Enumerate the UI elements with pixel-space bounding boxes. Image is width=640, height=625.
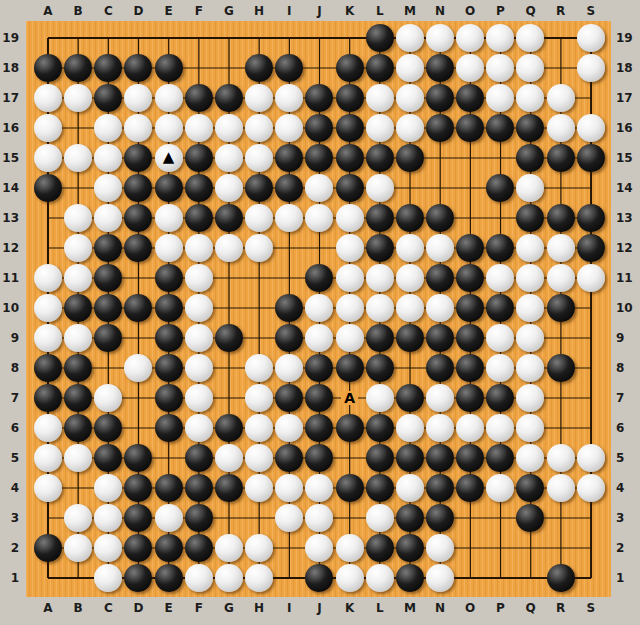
white-stone-P18[interactable] [486, 54, 514, 82]
board-point-C3[interactable] [93, 503, 123, 533]
black-stone-B8[interactable] [64, 354, 92, 382]
board-point-J2[interactable] [304, 533, 334, 563]
white-stone-A6[interactable] [34, 414, 62, 442]
black-stone-C9[interactable] [94, 324, 122, 352]
board-point-G6[interactable] [214, 413, 244, 443]
board-point-K18[interactable] [334, 53, 364, 83]
board-point-R1[interactable] [546, 563, 576, 593]
board-point-G16[interactable] [214, 113, 244, 143]
board-point-J11[interactable] [304, 263, 334, 293]
black-stone-N5[interactable] [426, 444, 454, 472]
board-point-R11[interactable] [546, 263, 576, 293]
white-stone-R16[interactable] [547, 114, 575, 142]
white-stone-H1[interactable] [245, 564, 273, 592]
board-point-I7[interactable] [274, 383, 304, 413]
white-stone-F10[interactable] [185, 294, 213, 322]
board-point-N5[interactable] [425, 443, 455, 473]
point-label-a[interactable]: A [334, 383, 364, 413]
board-point-P8[interactable] [485, 353, 515, 383]
board-point-F14[interactable] [184, 173, 214, 203]
board-point-E17[interactable] [154, 83, 184, 113]
white-stone-B13[interactable] [64, 204, 92, 232]
board-point-A9[interactable] [33, 323, 63, 353]
board-point-E12[interactable] [154, 233, 184, 263]
white-stone-L17[interactable] [366, 84, 394, 112]
board-point-B2[interactable] [63, 533, 93, 563]
white-stone-Q9[interactable] [516, 324, 544, 352]
board-point-J5[interactable] [304, 443, 334, 473]
board-point-D17[interactable] [123, 83, 153, 113]
black-stone-Q4[interactable] [516, 474, 544, 502]
board-point-S18[interactable] [576, 53, 606, 83]
white-stone-K12[interactable] [336, 234, 364, 262]
white-stone-Q7[interactable] [516, 384, 544, 412]
black-stone-N4[interactable] [426, 474, 454, 502]
black-stone-M13[interactable] [396, 204, 424, 232]
white-stone-L7[interactable] [366, 384, 394, 412]
board-point-N8[interactable] [425, 353, 455, 383]
white-stone-A11[interactable] [34, 264, 62, 292]
board-point-S5[interactable] [576, 443, 606, 473]
board-point-A11[interactable] [33, 263, 63, 293]
board-point-S19[interactable] [576, 23, 606, 53]
board-point-R16[interactable] [546, 113, 576, 143]
black-stone-D14[interactable] [124, 174, 152, 202]
black-stone-J11[interactable] [305, 264, 333, 292]
white-stone-C7[interactable] [94, 384, 122, 412]
black-stone-I15[interactable] [275, 144, 303, 172]
board-point-B18[interactable] [63, 53, 93, 83]
board-point-K10[interactable] [334, 293, 364, 323]
board-point-B13[interactable] [63, 203, 93, 233]
white-stone-H7[interactable] [245, 384, 273, 412]
white-stone-H17[interactable] [245, 84, 273, 112]
board-point-L5[interactable] [365, 443, 395, 473]
board-point-S15[interactable] [576, 143, 606, 173]
board-point-C6[interactable] [93, 413, 123, 443]
board-point-N18[interactable] [425, 53, 455, 83]
board-point-N1[interactable] [425, 563, 455, 593]
black-stone-E4[interactable] [155, 474, 183, 502]
board-point-R17[interactable] [546, 83, 576, 113]
board-point-Q5[interactable] [515, 443, 545, 473]
board-point-N13[interactable] [425, 203, 455, 233]
board-point-A10[interactable] [33, 293, 63, 323]
board-point-N12[interactable] [425, 233, 455, 263]
board-point-N2[interactable] [425, 533, 455, 563]
black-stone-F15[interactable] [185, 144, 213, 172]
white-stone-N7[interactable] [426, 384, 454, 412]
board-point-K11[interactable] [334, 263, 364, 293]
board-point-Q11[interactable] [515, 263, 545, 293]
black-stone-D1[interactable] [124, 564, 152, 592]
black-stone-J1[interactable] [305, 564, 333, 592]
board-point-E10[interactable] [154, 293, 184, 323]
black-stone-I14[interactable] [275, 174, 303, 202]
white-stone-L14[interactable] [366, 174, 394, 202]
white-stone-J2[interactable] [305, 534, 333, 562]
white-stone-O18[interactable] [456, 54, 484, 82]
board-point-L19[interactable] [365, 23, 395, 53]
board-point-O12[interactable] [455, 233, 485, 263]
black-stone-F5[interactable] [185, 444, 213, 472]
white-stone-B15[interactable] [64, 144, 92, 172]
board-point-A7[interactable] [33, 383, 63, 413]
board-point-P9[interactable] [485, 323, 515, 353]
white-stone-I3[interactable] [275, 504, 303, 532]
board-point-L1[interactable] [365, 563, 395, 593]
black-stone-M9[interactable] [396, 324, 424, 352]
board-point-H16[interactable] [244, 113, 274, 143]
white-stone-P17[interactable] [486, 84, 514, 112]
white-stone-G15[interactable] [215, 144, 243, 172]
black-stone-O11[interactable] [456, 264, 484, 292]
board-point-E15[interactable]: ▲ [154, 143, 184, 173]
board-point-S11[interactable] [576, 263, 606, 293]
white-stone-B17[interactable] [64, 84, 92, 112]
board-point-D3[interactable] [123, 503, 153, 533]
white-stone-S5[interactable] [577, 444, 605, 472]
black-stone-R1[interactable] [547, 564, 575, 592]
white-stone-R17[interactable] [547, 84, 575, 112]
white-stone-Q14[interactable] [516, 174, 544, 202]
board-point-N19[interactable] [425, 23, 455, 53]
black-stone-D5[interactable] [124, 444, 152, 472]
white-stone-L3[interactable] [366, 504, 394, 532]
board-point-D5[interactable] [123, 443, 153, 473]
black-stone-K17[interactable] [336, 84, 364, 112]
white-stone-E12[interactable] [155, 234, 183, 262]
white-stone-J9[interactable] [305, 324, 333, 352]
board-point-J4[interactable] [304, 473, 334, 503]
board-point-E14[interactable] [154, 173, 184, 203]
board-point-P17[interactable] [485, 83, 515, 113]
board-point-Q8[interactable] [515, 353, 545, 383]
board-point-R5[interactable] [546, 443, 576, 473]
board-point-I13[interactable] [274, 203, 304, 233]
board-point-H6[interactable] [244, 413, 274, 443]
board-point-E11[interactable] [154, 263, 184, 293]
black-stone-H14[interactable] [245, 174, 273, 202]
black-stone-L2[interactable] [366, 534, 394, 562]
black-stone-I7[interactable] [275, 384, 303, 412]
black-stone-R13[interactable] [547, 204, 575, 232]
board-point-I5[interactable] [274, 443, 304, 473]
board-point-M16[interactable] [395, 113, 425, 143]
board-point-C9[interactable] [93, 323, 123, 353]
white-stone-C15[interactable] [94, 144, 122, 172]
white-stone-C1[interactable] [94, 564, 122, 592]
black-stone-N11[interactable] [426, 264, 454, 292]
white-stone-Q6[interactable] [516, 414, 544, 442]
board-point-J17[interactable] [304, 83, 334, 113]
black-stone-P14[interactable] [486, 174, 514, 202]
board-point-I4[interactable] [274, 473, 304, 503]
white-stone-C2[interactable] [94, 534, 122, 562]
white-stone-N19[interactable] [426, 24, 454, 52]
white-stone-L1[interactable] [366, 564, 394, 592]
board-point-K15[interactable] [334, 143, 364, 173]
board-point-N6[interactable] [425, 413, 455, 443]
board-point-E1[interactable] [154, 563, 184, 593]
board-point-B5[interactable] [63, 443, 93, 473]
black-stone-D15[interactable] [124, 144, 152, 172]
black-stone-K4[interactable] [336, 474, 364, 502]
board-point-M10[interactable] [395, 293, 425, 323]
board-point-R8[interactable] [546, 353, 576, 383]
board-point-L9[interactable] [365, 323, 395, 353]
white-stone-B9[interactable] [64, 324, 92, 352]
black-stone-I9[interactable] [275, 324, 303, 352]
board-point-M2[interactable] [395, 533, 425, 563]
board-point-O18[interactable] [455, 53, 485, 83]
black-stone-O4[interactable] [456, 474, 484, 502]
black-stone-N16[interactable] [426, 114, 454, 142]
black-stone-C11[interactable] [94, 264, 122, 292]
board-point-H18[interactable] [244, 53, 274, 83]
board-point-M13[interactable] [395, 203, 425, 233]
white-stone-Q10[interactable] [516, 294, 544, 322]
white-stone-P6[interactable] [486, 414, 514, 442]
white-stone-Q8[interactable] [516, 354, 544, 382]
black-stone-G4[interactable] [215, 474, 243, 502]
board-point-C11[interactable] [93, 263, 123, 293]
white-stone-I13[interactable] [275, 204, 303, 232]
board-point-H17[interactable] [244, 83, 274, 113]
white-stone-C16[interactable] [94, 114, 122, 142]
white-stone-F8[interactable] [185, 354, 213, 382]
board-point-F3[interactable] [184, 503, 214, 533]
black-stone-L4[interactable] [366, 474, 394, 502]
white-stone-K10[interactable] [336, 294, 364, 322]
board-point-J16[interactable] [304, 113, 334, 143]
board-point-D4[interactable] [123, 473, 153, 503]
board-point-B3[interactable] [63, 503, 93, 533]
board-point-I9[interactable] [274, 323, 304, 353]
white-stone-H8[interactable] [245, 354, 273, 382]
board-point-C5[interactable] [93, 443, 123, 473]
black-stone-C5[interactable] [94, 444, 122, 472]
white-stone-A10[interactable] [34, 294, 62, 322]
board-point-L7[interactable] [365, 383, 395, 413]
white-stone-Q19[interactable] [516, 24, 544, 52]
board-point-I8[interactable] [274, 353, 304, 383]
black-stone-F17[interactable] [185, 84, 213, 112]
black-stone-C18[interactable] [94, 54, 122, 82]
board-point-B17[interactable] [63, 83, 93, 113]
board-point-O16[interactable] [455, 113, 485, 143]
white-stone-I17[interactable] [275, 84, 303, 112]
white-stone-P4[interactable] [486, 474, 514, 502]
white-stone-K1[interactable] [336, 564, 364, 592]
black-stone-E1[interactable] [155, 564, 183, 592]
board-point-F11[interactable] [184, 263, 214, 293]
black-stone-O12[interactable] [456, 234, 484, 262]
board-point-L2[interactable] [365, 533, 395, 563]
white-stone-B12[interactable] [64, 234, 92, 262]
black-stone-I18[interactable] [275, 54, 303, 82]
white-stone-M10[interactable] [396, 294, 424, 322]
board-point-M11[interactable] [395, 263, 425, 293]
board-point-K13[interactable] [334, 203, 364, 233]
board-point-C1[interactable] [93, 563, 123, 593]
black-stone-G6[interactable] [215, 414, 243, 442]
board-point-M12[interactable] [395, 233, 425, 263]
black-stone-O9[interactable] [456, 324, 484, 352]
black-stone-J6[interactable] [305, 414, 333, 442]
board-point-J3[interactable] [304, 503, 334, 533]
black-stone-L13[interactable] [366, 204, 394, 232]
board-point-C12[interactable] [93, 233, 123, 263]
board-point-N10[interactable] [425, 293, 455, 323]
black-stone-L5[interactable] [366, 444, 394, 472]
black-stone-Q16[interactable] [516, 114, 544, 142]
black-stone-E14[interactable] [155, 174, 183, 202]
board-point-H14[interactable] [244, 173, 274, 203]
board-point-F5[interactable] [184, 443, 214, 473]
board-point-B10[interactable] [63, 293, 93, 323]
board-point-Q14[interactable] [515, 173, 545, 203]
black-stone-M7[interactable] [396, 384, 424, 412]
board-point-F15[interactable] [184, 143, 214, 173]
white-stone-P8[interactable] [486, 354, 514, 382]
board-point-D14[interactable] [123, 173, 153, 203]
board-point-A15[interactable] [33, 143, 63, 173]
black-stone-R10[interactable] [547, 294, 575, 322]
black-stone-E8[interactable] [155, 354, 183, 382]
white-stone-K9[interactable] [336, 324, 364, 352]
black-stone-C17[interactable] [94, 84, 122, 112]
board-point-Q7[interactable] [515, 383, 545, 413]
board-point-H15[interactable] [244, 143, 274, 173]
board-point-Q16[interactable] [515, 113, 545, 143]
board-point-N7[interactable] [425, 383, 455, 413]
board-point-O4[interactable] [455, 473, 485, 503]
board-point-O10[interactable] [455, 293, 485, 323]
white-stone-M4[interactable] [396, 474, 424, 502]
white-stone-F9[interactable] [185, 324, 213, 352]
board-point-L12[interactable] [365, 233, 395, 263]
board-point-M3[interactable] [395, 503, 425, 533]
black-stone-P5[interactable] [486, 444, 514, 472]
white-stone-H16[interactable] [245, 114, 273, 142]
black-stone-H18[interactable] [245, 54, 273, 82]
board-point-C17[interactable] [93, 83, 123, 113]
board-grid[interactable]: ▲A [33, 23, 606, 593]
white-stone-H13[interactable] [245, 204, 273, 232]
board-point-F16[interactable] [184, 113, 214, 143]
black-stone-J16[interactable] [305, 114, 333, 142]
black-stone-L12[interactable] [366, 234, 394, 262]
board-point-L10[interactable] [365, 293, 395, 323]
board-point-M6[interactable] [395, 413, 425, 443]
board-point-E8[interactable] [154, 353, 184, 383]
white-stone-Q12[interactable] [516, 234, 544, 262]
black-stone-G17[interactable] [215, 84, 243, 112]
board-point-H5[interactable] [244, 443, 274, 473]
black-stone-D3[interactable] [124, 504, 152, 532]
board-point-H8[interactable] [244, 353, 274, 383]
black-stone-Q13[interactable] [516, 204, 544, 232]
go-board[interactable]: ▲A [26, 21, 611, 597]
black-stone-N13[interactable] [426, 204, 454, 232]
white-stone-N10[interactable] [426, 294, 454, 322]
black-stone-A8[interactable] [34, 354, 62, 382]
black-stone-L6[interactable] [366, 414, 394, 442]
white-stone-O19[interactable] [456, 24, 484, 52]
black-stone-J5[interactable] [305, 444, 333, 472]
white-stone-E3[interactable] [155, 504, 183, 532]
board-point-C18[interactable] [93, 53, 123, 83]
board-point-C14[interactable] [93, 173, 123, 203]
white-stone-I4[interactable] [275, 474, 303, 502]
board-point-P5[interactable] [485, 443, 515, 473]
black-stone-L8[interactable] [366, 354, 394, 382]
white-stone-C4[interactable] [94, 474, 122, 502]
black-stone-O5[interactable] [456, 444, 484, 472]
white-stone-H4[interactable] [245, 474, 273, 502]
board-point-O19[interactable] [455, 23, 485, 53]
board-point-O8[interactable] [455, 353, 485, 383]
black-stone-E18[interactable] [155, 54, 183, 82]
white-stone-L16[interactable] [366, 114, 394, 142]
black-stone-J8[interactable] [305, 354, 333, 382]
black-stone-K8[interactable] [336, 354, 364, 382]
black-stone-K15[interactable] [336, 144, 364, 172]
board-point-Q10[interactable] [515, 293, 545, 323]
white-stone-F16[interactable] [185, 114, 213, 142]
white-stone-F11[interactable] [185, 264, 213, 292]
black-stone-O16[interactable] [456, 114, 484, 142]
black-stone-R8[interactable] [547, 354, 575, 382]
white-stone-I16[interactable] [275, 114, 303, 142]
white-stone-M16[interactable] [396, 114, 424, 142]
white-stone-R12[interactable] [547, 234, 575, 262]
board-point-K4[interactable] [334, 473, 364, 503]
board-point-C16[interactable] [93, 113, 123, 143]
white-stone-A5[interactable] [34, 444, 62, 472]
white-stone-B3[interactable] [64, 504, 92, 532]
board-point-L6[interactable] [365, 413, 395, 443]
board-point-E4[interactable] [154, 473, 184, 503]
board-point-R12[interactable] [546, 233, 576, 263]
black-stone-J17[interactable] [305, 84, 333, 112]
white-stone-G1[interactable] [215, 564, 243, 592]
black-stone-O17[interactable] [456, 84, 484, 112]
board-point-M17[interactable] [395, 83, 425, 113]
board-point-K12[interactable] [334, 233, 364, 263]
white-stone-K2[interactable] [336, 534, 364, 562]
white-stone-R11[interactable] [547, 264, 575, 292]
board-point-C13[interactable] [93, 203, 123, 233]
black-stone-N9[interactable] [426, 324, 454, 352]
board-point-P6[interactable] [485, 413, 515, 443]
black-stone-I10[interactable] [275, 294, 303, 322]
black-stone-N3[interactable] [426, 504, 454, 532]
board-point-D16[interactable] [123, 113, 153, 143]
board-point-F7[interactable] [184, 383, 214, 413]
board-point-J15[interactable] [304, 143, 334, 173]
board-point-I10[interactable] [274, 293, 304, 323]
board-point-K17[interactable] [334, 83, 364, 113]
white-stone-P11[interactable] [486, 264, 514, 292]
white-stone-M18[interactable] [396, 54, 424, 82]
board-point-P11[interactable] [485, 263, 515, 293]
board-point-G5[interactable] [214, 443, 244, 473]
board-point-S16[interactable] [576, 113, 606, 143]
board-point-A6[interactable] [33, 413, 63, 443]
board-point-F1[interactable] [184, 563, 214, 593]
